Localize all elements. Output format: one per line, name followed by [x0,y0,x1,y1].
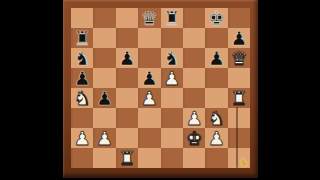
square-b6[interactable] [93,48,115,68]
square-f3[interactable]: ♟ [183,108,205,128]
square-c3[interactable] [116,108,138,128]
piece-black-queen[interactable]: ♛ [138,8,160,28]
square-h6[interactable]: ♛ [228,48,250,68]
square-a5[interactable]: ♟ [71,68,93,88]
square-a1[interactable] [71,148,93,168]
chess-board: ♛♜♚♜♟♞♟♞♟♛♟♟♟♞♟♟♜♟♞♟♟♚♟♜ [71,8,250,168]
square-g5[interactable] [205,68,227,88]
square-d6[interactable] [138,48,160,68]
square-e7[interactable] [161,28,183,48]
square-h2[interactable] [228,128,250,148]
piece-black-rook[interactable]: ♜ [71,28,93,48]
square-c1[interactable]: ♜ [116,148,138,168]
square-c4[interactable] [116,88,138,108]
piece-black-pawn[interactable]: ♟ [228,28,250,48]
piece-white-knight[interactable]: ♞ [205,108,227,128]
square-d2[interactable] [138,128,160,148]
square-f5[interactable] [183,68,205,88]
square-c7[interactable] [116,28,138,48]
square-d3[interactable] [138,108,160,128]
piece-black-pawn[interactable]: ♟ [138,68,160,88]
square-e3[interactable] [161,108,183,128]
square-a2[interactable]: ♟ [71,128,93,148]
square-f8[interactable] [183,8,205,28]
square-b3[interactable] [93,108,115,128]
piece-white-queen[interactable]: ♛ [228,48,250,68]
square-g2[interactable]: ♟ [205,128,227,148]
piece-white-pawn[interactable]: ♟ [138,88,160,108]
square-h5[interactable] [228,68,250,88]
square-g4[interactable] [205,88,227,108]
square-c6[interactable]: ♟ [116,48,138,68]
square-e5[interactable]: ♟ [161,68,183,88]
square-g7[interactable] [205,28,227,48]
piece-black-pawn[interactable]: ♟ [71,68,93,88]
piece-white-king[interactable]: ♚ [183,128,205,148]
piece-black-knight[interactable]: ♞ [161,48,183,68]
square-e4[interactable] [161,88,183,108]
piece-black-king[interactable]: ♚ [205,8,227,28]
square-a3[interactable] [71,108,93,128]
square-b1[interactable] [93,148,115,168]
square-h3[interactable] [228,108,250,128]
square-d4[interactable]: ♟ [138,88,160,108]
square-b4[interactable]: ♟ [93,88,115,108]
square-d8[interactable]: ♛ [138,8,160,28]
video-frame: ♛♜♚♜♟♞♟♞♟♛♟♟♟♞♟♟♜♟♞♟♟♚♟♜ [0,0,320,180]
square-b2[interactable]: ♟ [93,128,115,148]
square-c2[interactable] [116,128,138,148]
square-f6[interactable] [183,48,205,68]
piece-white-rook[interactable]: ♜ [116,148,138,168]
square-f2[interactable]: ♚ [183,128,205,148]
piece-black-pawn[interactable]: ♟ [116,48,138,68]
square-g1[interactable] [205,148,227,168]
piece-white-pawn[interactable]: ♟ [205,128,227,148]
square-e2[interactable] [161,128,183,148]
square-g3[interactable]: ♞ [205,108,227,128]
piece-black-knight[interactable]: ♞ [71,48,93,68]
square-b5[interactable] [93,68,115,88]
piece-white-rook[interactable]: ♜ [228,88,250,108]
square-b7[interactable] [93,28,115,48]
piece-white-pawn[interactable]: ♟ [183,108,205,128]
square-g8[interactable]: ♚ [205,8,227,28]
square-a8[interactable] [71,8,93,28]
square-d1[interactable] [138,148,160,168]
square-g6[interactable]: ♟ [205,48,227,68]
square-c5[interactable] [116,68,138,88]
piece-black-rook[interactable]: ♜ [161,8,183,28]
square-d7[interactable] [138,28,160,48]
square-h4[interactable]: ♜ [228,88,250,108]
square-h8[interactable] [228,8,250,28]
square-f1[interactable] [183,148,205,168]
square-f7[interactable] [183,28,205,48]
square-e1[interactable] [161,148,183,168]
square-e6[interactable]: ♞ [161,48,183,68]
square-a7[interactable]: ♜ [71,28,93,48]
piece-black-pawn[interactable]: ♟ [205,48,227,68]
square-d5[interactable]: ♟ [138,68,160,88]
piece-white-pawn[interactable]: ♟ [71,128,93,148]
square-a6[interactable]: ♞ [71,48,93,68]
square-c8[interactable] [116,8,138,28]
piece-white-pawn[interactable]: ♟ [161,68,183,88]
square-h7[interactable]: ♟ [228,28,250,48]
square-e8[interactable]: ♜ [161,8,183,28]
piece-white-knight[interactable]: ♞ [71,88,93,108]
piece-white-pawn[interactable]: ♟ [93,128,115,148]
square-f4[interactable] [183,88,205,108]
square-b8[interactable] [93,8,115,28]
piece-black-pawn[interactable]: ♟ [93,88,115,108]
square-a4[interactable]: ♞ [71,88,93,108]
